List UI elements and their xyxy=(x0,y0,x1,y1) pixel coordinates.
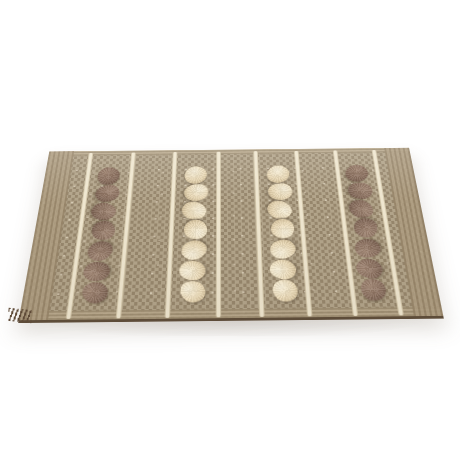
pompom-brown xyxy=(352,217,378,239)
rug-hem-bottom xyxy=(19,307,444,320)
pompom-brown xyxy=(88,201,119,222)
pompom-column-2 xyxy=(178,166,209,302)
pompom-cream xyxy=(265,236,300,263)
pompom-cream xyxy=(269,277,302,304)
pompom-cream xyxy=(183,219,210,241)
pompom-cream xyxy=(265,182,295,203)
pompom-column-3 xyxy=(264,166,300,302)
pompom-brown xyxy=(352,255,385,281)
pompom-brown xyxy=(83,237,117,264)
rug-border-right xyxy=(384,148,443,316)
pompom-brown xyxy=(346,182,374,200)
pompom-cream xyxy=(270,219,294,238)
pompom-cream xyxy=(264,163,292,185)
pompom-cream xyxy=(177,236,212,263)
rug-border-left xyxy=(19,151,75,320)
woven-stripe-4 xyxy=(215,152,220,318)
pompom-brown xyxy=(358,277,389,302)
pompom-brown xyxy=(78,278,114,307)
corner-fringe xyxy=(7,308,32,323)
photo-background xyxy=(0,0,460,460)
woven-stripe-5 xyxy=(254,151,265,317)
pompom-brown xyxy=(89,219,118,243)
pompom-brown xyxy=(97,167,121,184)
pompom-cream xyxy=(181,181,212,204)
pompom-cream xyxy=(176,277,210,306)
pompom-brown xyxy=(84,261,110,282)
rug-perspective-wrap xyxy=(34,115,426,341)
pompom-brown xyxy=(350,235,384,260)
rug-hem-top xyxy=(48,148,410,156)
pompom-brown xyxy=(341,162,371,185)
pompom-cream xyxy=(183,165,209,185)
pompom-cream xyxy=(178,260,207,281)
pompom-cream xyxy=(267,257,298,281)
woven-stripe-3 xyxy=(165,152,178,318)
rug xyxy=(18,148,444,323)
pompom-brown xyxy=(92,182,124,206)
